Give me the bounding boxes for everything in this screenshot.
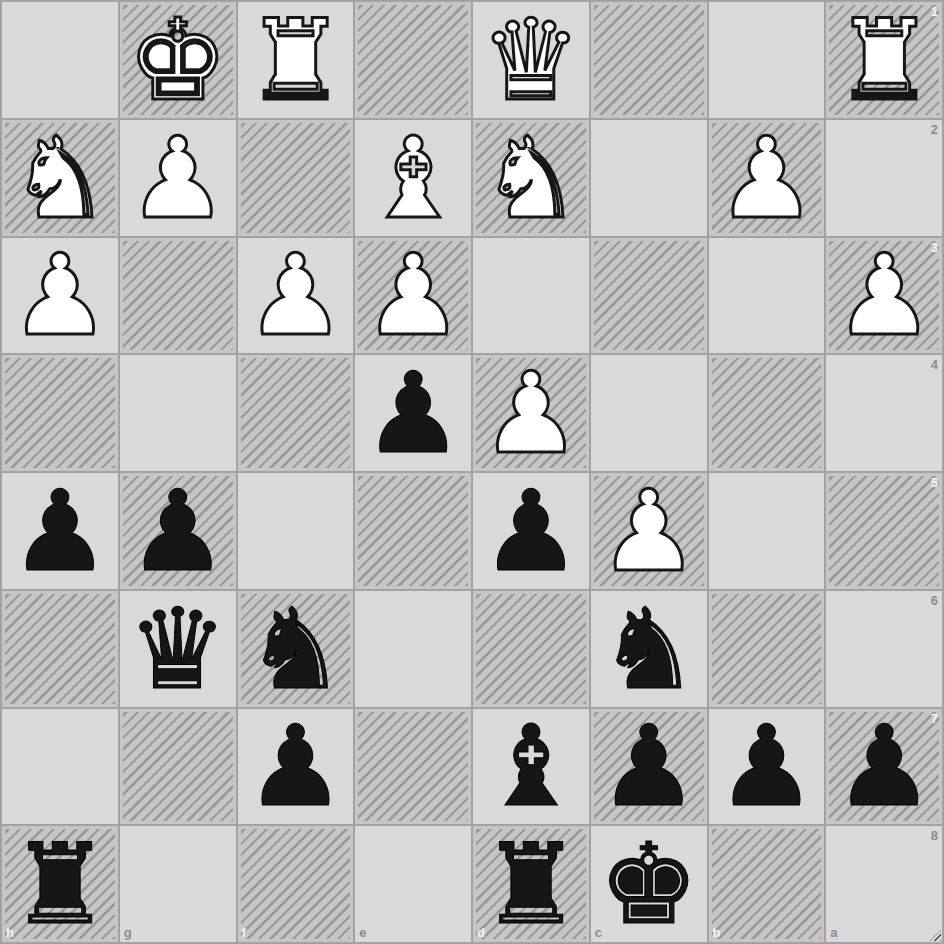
square-b5[interactable]: [709, 473, 825, 589]
file-label-e: e: [359, 926, 366, 939]
square-e3[interactable]: ♟: [355, 238, 471, 354]
square-g6[interactable]: ♛: [120, 591, 236, 707]
piece-black-pawn[interactable]: ♟: [127, 475, 227, 587]
square-h7[interactable]: [2, 709, 118, 825]
square-a2[interactable]: 2: [826, 120, 942, 236]
file-label-g: g: [124, 926, 132, 939]
rank-label-4: 4: [931, 358, 938, 371]
square-c3[interactable]: [591, 238, 707, 354]
square-e1[interactable]: [355, 2, 471, 118]
piece-white-pawn[interactable]: ♟: [834, 239, 934, 351]
piece-white-pawn[interactable]: ♟: [716, 122, 816, 234]
square-h2[interactable]: ♞: [2, 120, 118, 236]
square-f4[interactable]: [238, 355, 354, 471]
piece-white-bishop[interactable]: ♝: [363, 122, 463, 234]
piece-white-knight[interactable]: ♞: [10, 122, 110, 234]
square-g4[interactable]: [120, 355, 236, 471]
square-d1[interactable]: ♛: [473, 2, 589, 118]
piece-white-pawn[interactable]: ♟: [127, 122, 227, 234]
square-f8[interactable]: f: [238, 826, 354, 942]
piece-black-pawn[interactable]: ♟: [834, 710, 934, 822]
square-g8[interactable]: g: [120, 826, 236, 942]
square-c5[interactable]: ♟: [591, 473, 707, 589]
square-c7[interactable]: ♟: [591, 709, 707, 825]
square-b8[interactable]: b: [709, 826, 825, 942]
piece-black-pawn[interactable]: ♟: [481, 475, 581, 587]
piece-black-pawn[interactable]: ♟: [363, 357, 463, 469]
square-d7[interactable]: ♝: [473, 709, 589, 825]
square-a1[interactable]: ♜1: [826, 2, 942, 118]
square-b7[interactable]: ♟: [709, 709, 825, 825]
square-c4[interactable]: [591, 355, 707, 471]
square-h4[interactable]: [2, 355, 118, 471]
piece-black-pawn[interactable]: ♟: [10, 475, 110, 587]
piece-black-knight[interactable]: ♞: [598, 593, 698, 705]
square-e4[interactable]: ♟: [355, 355, 471, 471]
square-h6[interactable]: [2, 591, 118, 707]
square-f7[interactable]: ♟: [238, 709, 354, 825]
square-e2[interactable]: ♝: [355, 120, 471, 236]
square-e5[interactable]: [355, 473, 471, 589]
square-h5[interactable]: ♟: [2, 473, 118, 589]
square-b2[interactable]: ♟: [709, 120, 825, 236]
square-d8[interactable]: ♜d: [473, 826, 589, 942]
square-h3[interactable]: ♟: [2, 238, 118, 354]
piece-black-king[interactable]: ♚: [598, 828, 698, 940]
square-f3[interactable]: ♟: [238, 238, 354, 354]
square-a7[interactable]: ♟7: [826, 709, 942, 825]
square-a4[interactable]: 4: [826, 355, 942, 471]
piece-black-rook[interactable]: ♜: [481, 828, 581, 940]
piece-black-knight[interactable]: ♞: [245, 593, 345, 705]
square-e8[interactable]: e: [355, 826, 471, 942]
piece-black-pawn[interactable]: ♟: [716, 710, 816, 822]
square-f5[interactable]: [238, 473, 354, 589]
file-label-f: f: [242, 926, 246, 939]
square-a6[interactable]: 6: [826, 591, 942, 707]
square-f2[interactable]: [238, 120, 354, 236]
piece-black-pawn[interactable]: ♟: [245, 710, 345, 822]
piece-white-pawn[interactable]: ♟: [10, 239, 110, 351]
square-d4[interactable]: ♟: [473, 355, 589, 471]
piece-black-queen[interactable]: ♛: [127, 593, 227, 705]
rank-label-5: 5: [931, 476, 938, 489]
piece-white-pawn[interactable]: ♟: [363, 239, 463, 351]
square-h1[interactable]: [2, 2, 118, 118]
piece-white-king[interactable]: ♚: [127, 4, 227, 116]
piece-black-bishop[interactable]: ♝: [481, 710, 581, 822]
square-d5[interactable]: ♟: [473, 473, 589, 589]
square-a8[interactable]: a8: [826, 826, 942, 942]
square-h8[interactable]: ♜h: [2, 826, 118, 942]
square-a5[interactable]: 5: [826, 473, 942, 589]
piece-white-rook[interactable]: ♜: [245, 4, 345, 116]
piece-white-pawn[interactable]: ♟: [481, 357, 581, 469]
square-b3[interactable]: [709, 238, 825, 354]
piece-white-knight[interactable]: ♞: [481, 122, 581, 234]
square-c8[interactable]: ♚c: [591, 826, 707, 942]
piece-white-rook[interactable]: ♜: [834, 4, 934, 116]
square-d3[interactable]: [473, 238, 589, 354]
square-e7[interactable]: [355, 709, 471, 825]
square-e6[interactable]: [355, 591, 471, 707]
piece-white-pawn[interactable]: ♟: [598, 475, 698, 587]
square-f1[interactable]: ♜: [238, 2, 354, 118]
rank-label-6: 6: [931, 594, 938, 607]
chess-board[interactable]: ♚♜♛♜1♞♟♝♞♟2♟♟♟♟3♟♟4♟♟♟♟5♛♞♞6♟♝♟♟♟7♜hgfe♜…: [0, 0, 944, 944]
file-label-b: b: [713, 926, 721, 939]
square-d6[interactable]: [473, 591, 589, 707]
square-a3[interactable]: ♟3: [826, 238, 942, 354]
piece-black-rook[interactable]: ♜: [10, 828, 110, 940]
square-g3[interactable]: [120, 238, 236, 354]
square-c2[interactable]: [591, 120, 707, 236]
square-f6[interactable]: ♞: [238, 591, 354, 707]
square-b4[interactable]: [709, 355, 825, 471]
square-g7[interactable]: [120, 709, 236, 825]
square-g1[interactable]: ♚: [120, 2, 236, 118]
piece-white-pawn[interactable]: ♟: [245, 239, 345, 351]
square-c1[interactable]: [591, 2, 707, 118]
square-d2[interactable]: ♞: [473, 120, 589, 236]
square-g5[interactable]: ♟: [120, 473, 236, 589]
square-b6[interactable]: [709, 591, 825, 707]
square-c6[interactable]: ♞: [591, 591, 707, 707]
square-b1[interactable]: [709, 2, 825, 118]
piece-white-queen[interactable]: ♛: [481, 4, 581, 116]
piece-black-pawn[interactable]: ♟: [598, 710, 698, 822]
square-g2[interactable]: ♟: [120, 120, 236, 236]
file-label-a: a: [830, 926, 837, 939]
rank-label-8: 8: [931, 829, 938, 842]
